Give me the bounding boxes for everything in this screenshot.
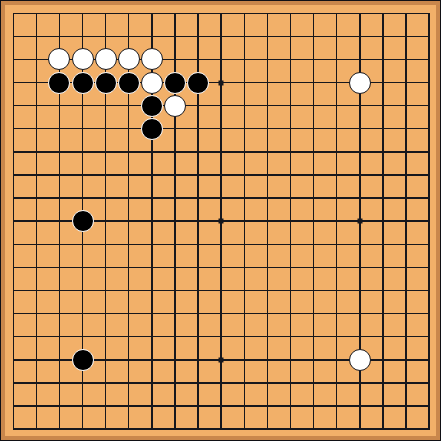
- intersection[interactable]: [256, 418, 279, 441]
- intersection[interactable]: [2, 94, 25, 117]
- intersection[interactable]: [418, 325, 441, 348]
- intersection[interactable]: ○: [140, 48, 163, 71]
- intersection[interactable]: [325, 140, 348, 163]
- intersection[interactable]: [71, 2, 94, 25]
- intersection[interactable]: [371, 94, 394, 117]
- intersection[interactable]: [371, 140, 394, 163]
- intersection[interactable]: [279, 348, 302, 371]
- intersection[interactable]: [256, 256, 279, 279]
- intersection[interactable]: [48, 140, 71, 163]
- intersection[interactable]: [25, 348, 48, 371]
- intersection[interactable]: [140, 302, 163, 325]
- intersection[interactable]: [210, 325, 233, 348]
- intersection[interactable]: [140, 2, 163, 25]
- intersection[interactable]: [325, 25, 348, 48]
- intersection[interactable]: [418, 256, 441, 279]
- intersection[interactable]: [418, 48, 441, 71]
- intersection[interactable]: [94, 279, 117, 302]
- intersection[interactable]: [71, 94, 94, 117]
- intersection[interactable]: [256, 233, 279, 256]
- intersection[interactable]: [48, 348, 71, 371]
- intersection[interactable]: [256, 187, 279, 210]
- intersection[interactable]: [25, 187, 48, 210]
- intersection[interactable]: [395, 163, 418, 186]
- intersection[interactable]: [233, 163, 256, 186]
- intersection[interactable]: [117, 94, 140, 117]
- intersection[interactable]: [233, 395, 256, 418]
- intersection[interactable]: [25, 256, 48, 279]
- intersection[interactable]: [371, 71, 394, 94]
- intersection[interactable]: [256, 395, 279, 418]
- intersection[interactable]: [163, 348, 186, 371]
- intersection[interactable]: [187, 279, 210, 302]
- intersection[interactable]: [348, 279, 371, 302]
- intersection[interactable]: [94, 163, 117, 186]
- intersection[interactable]: [71, 302, 94, 325]
- intersection[interactable]: ○: [348, 348, 371, 371]
- intersection[interactable]: [395, 395, 418, 418]
- intersection[interactable]: [395, 302, 418, 325]
- intersection[interactable]: [71, 418, 94, 441]
- intersection[interactable]: [187, 233, 210, 256]
- intersection[interactable]: [256, 94, 279, 117]
- intersection[interactable]: [25, 325, 48, 348]
- intersection[interactable]: [233, 48, 256, 71]
- intersection[interactable]: [348, 233, 371, 256]
- intersection[interactable]: [25, 233, 48, 256]
- intersection[interactable]: [256, 2, 279, 25]
- intersection[interactable]: [279, 279, 302, 302]
- intersection[interactable]: [418, 348, 441, 371]
- intersection[interactable]: [371, 395, 394, 418]
- intersection[interactable]: [187, 325, 210, 348]
- intersection[interactable]: [256, 48, 279, 71]
- intersection[interactable]: [348, 2, 371, 25]
- intersection[interactable]: [210, 140, 233, 163]
- intersection[interactable]: [325, 48, 348, 71]
- intersection[interactable]: [48, 2, 71, 25]
- intersection[interactable]: [2, 2, 25, 25]
- intersection[interactable]: [25, 117, 48, 140]
- intersection[interactable]: [117, 210, 140, 233]
- intersection[interactable]: [279, 25, 302, 48]
- intersection[interactable]: [163, 279, 186, 302]
- intersection[interactable]: [233, 279, 256, 302]
- intersection[interactable]: [210, 279, 233, 302]
- intersection[interactable]: [279, 187, 302, 210]
- intersection[interactable]: [210, 25, 233, 48]
- intersection[interactable]: [71, 256, 94, 279]
- intersection[interactable]: [302, 395, 325, 418]
- intersection[interactable]: [140, 348, 163, 371]
- intersection[interactable]: [279, 94, 302, 117]
- intersection[interactable]: [395, 210, 418, 233]
- intersection[interactable]: [233, 371, 256, 394]
- intersection[interactable]: [233, 348, 256, 371]
- white-stone[interactable]: ○: [95, 48, 117, 70]
- intersection[interactable]: [71, 233, 94, 256]
- intersection[interactable]: [302, 371, 325, 394]
- intersection[interactable]: [210, 117, 233, 140]
- intersection[interactable]: [25, 418, 48, 441]
- intersection[interactable]: [94, 233, 117, 256]
- intersection[interactable]: [94, 348, 117, 371]
- intersection[interactable]: [325, 302, 348, 325]
- intersection[interactable]: [371, 210, 394, 233]
- intersection[interactable]: [233, 325, 256, 348]
- intersection[interactable]: [418, 371, 441, 394]
- intersection[interactable]: [325, 418, 348, 441]
- intersection[interactable]: ●: [163, 71, 186, 94]
- intersection[interactable]: [210, 48, 233, 71]
- intersection[interactable]: [187, 187, 210, 210]
- intersection[interactable]: [210, 2, 233, 25]
- intersection[interactable]: [163, 210, 186, 233]
- intersection[interactable]: [348, 210, 371, 233]
- black-stone[interactable]: ●: [164, 72, 186, 94]
- intersection[interactable]: [187, 210, 210, 233]
- black-stone[interactable]: ●: [72, 349, 94, 371]
- intersection[interactable]: [371, 233, 394, 256]
- intersection[interactable]: [279, 48, 302, 71]
- intersection[interactable]: [418, 395, 441, 418]
- intersection[interactable]: [2, 348, 25, 371]
- intersection[interactable]: [325, 256, 348, 279]
- intersection[interactable]: [48, 117, 71, 140]
- intersection[interactable]: [233, 140, 256, 163]
- intersection[interactable]: [233, 117, 256, 140]
- intersection[interactable]: [371, 187, 394, 210]
- intersection[interactable]: [71, 163, 94, 186]
- black-stone[interactable]: ●: [118, 72, 140, 94]
- intersection[interactable]: [371, 25, 394, 48]
- intersection[interactable]: [25, 279, 48, 302]
- intersection[interactable]: [279, 2, 302, 25]
- intersection[interactable]: [210, 395, 233, 418]
- intersection[interactable]: ●: [71, 71, 94, 94]
- intersection[interactable]: [279, 371, 302, 394]
- intersection[interactable]: [140, 418, 163, 441]
- intersection[interactable]: [94, 395, 117, 418]
- intersection[interactable]: [418, 418, 441, 441]
- intersection[interactable]: [418, 25, 441, 48]
- intersection[interactable]: [140, 325, 163, 348]
- intersection[interactable]: [256, 210, 279, 233]
- intersection[interactable]: [94, 187, 117, 210]
- intersection[interactable]: [348, 117, 371, 140]
- intersection[interactable]: [371, 117, 394, 140]
- intersection[interactable]: [256, 371, 279, 394]
- intersection[interactable]: [418, 94, 441, 117]
- intersection[interactable]: [48, 418, 71, 441]
- intersection[interactable]: [94, 25, 117, 48]
- black-stone[interactable]: ●: [141, 95, 163, 117]
- intersection[interactable]: [25, 71, 48, 94]
- intersection[interactable]: [25, 25, 48, 48]
- intersection[interactable]: [348, 94, 371, 117]
- intersection[interactable]: [48, 163, 71, 186]
- intersection[interactable]: [233, 94, 256, 117]
- intersection[interactable]: [2, 187, 25, 210]
- intersection[interactable]: [279, 418, 302, 441]
- intersection[interactable]: [117, 256, 140, 279]
- intersection[interactable]: [2, 325, 25, 348]
- intersection[interactable]: [302, 187, 325, 210]
- intersection[interactable]: [418, 2, 441, 25]
- intersection[interactable]: [94, 325, 117, 348]
- intersection[interactable]: [302, 2, 325, 25]
- white-stone[interactable]: ○: [349, 72, 371, 94]
- intersection[interactable]: [302, 210, 325, 233]
- intersection[interactable]: [418, 71, 441, 94]
- intersection[interactable]: ○: [94, 48, 117, 71]
- intersection[interactable]: [302, 348, 325, 371]
- intersection[interactable]: [371, 2, 394, 25]
- intersection[interactable]: [348, 371, 371, 394]
- intersection[interactable]: [25, 163, 48, 186]
- intersection[interactable]: [140, 25, 163, 48]
- intersection[interactable]: [233, 25, 256, 48]
- intersection[interactable]: [140, 279, 163, 302]
- intersection[interactable]: [418, 279, 441, 302]
- intersection[interactable]: [325, 233, 348, 256]
- intersection[interactable]: [163, 302, 186, 325]
- white-stone[interactable]: ○: [118, 48, 140, 70]
- intersection[interactable]: [395, 348, 418, 371]
- intersection[interactable]: [302, 325, 325, 348]
- intersection[interactable]: [371, 48, 394, 71]
- intersection[interactable]: [187, 256, 210, 279]
- intersection[interactable]: [279, 256, 302, 279]
- intersection[interactable]: [395, 25, 418, 48]
- intersection[interactable]: [395, 325, 418, 348]
- intersection[interactable]: [117, 187, 140, 210]
- intersection[interactable]: [187, 140, 210, 163]
- intersection[interactable]: [117, 371, 140, 394]
- intersection[interactable]: [117, 233, 140, 256]
- intersection[interactable]: [187, 418, 210, 441]
- intersection[interactable]: [94, 210, 117, 233]
- white-stone[interactable]: ○: [48, 48, 70, 70]
- intersection[interactable]: [348, 48, 371, 71]
- intersection[interactable]: [325, 187, 348, 210]
- intersection[interactable]: [418, 187, 441, 210]
- intersection[interactable]: ●: [140, 117, 163, 140]
- intersection[interactable]: [279, 233, 302, 256]
- intersection[interactable]: [187, 348, 210, 371]
- intersection[interactable]: [302, 418, 325, 441]
- intersection[interactable]: [210, 71, 233, 94]
- intersection[interactable]: [210, 302, 233, 325]
- intersection[interactable]: [163, 140, 186, 163]
- intersection[interactable]: [256, 117, 279, 140]
- intersection[interactable]: [94, 302, 117, 325]
- intersection[interactable]: [395, 94, 418, 117]
- black-stone[interactable]: ●: [72, 210, 94, 232]
- intersection[interactable]: ●: [94, 71, 117, 94]
- intersection[interactable]: [302, 94, 325, 117]
- intersection[interactable]: [256, 279, 279, 302]
- intersection[interactable]: [348, 418, 371, 441]
- intersection[interactable]: [2, 48, 25, 71]
- intersection[interactable]: [187, 117, 210, 140]
- intersection[interactable]: [187, 25, 210, 48]
- intersection[interactable]: [140, 210, 163, 233]
- intersection[interactable]: [302, 302, 325, 325]
- intersection[interactable]: [140, 163, 163, 186]
- intersection[interactable]: [187, 2, 210, 25]
- intersection[interactable]: [187, 395, 210, 418]
- intersection[interactable]: [48, 371, 71, 394]
- intersection[interactable]: [187, 94, 210, 117]
- intersection[interactable]: [2, 256, 25, 279]
- intersection[interactable]: [233, 256, 256, 279]
- black-stone[interactable]: ●: [48, 72, 70, 94]
- intersection[interactable]: [48, 279, 71, 302]
- intersection[interactable]: [2, 371, 25, 394]
- intersection[interactable]: [256, 71, 279, 94]
- intersection[interactable]: [418, 140, 441, 163]
- intersection[interactable]: ○: [348, 71, 371, 94]
- black-stone[interactable]: ●: [95, 72, 117, 94]
- intersection[interactable]: [371, 418, 394, 441]
- intersection[interactable]: [233, 2, 256, 25]
- intersection[interactable]: [210, 210, 233, 233]
- intersection[interactable]: [94, 371, 117, 394]
- intersection[interactable]: [348, 163, 371, 186]
- intersection[interactable]: [371, 256, 394, 279]
- intersection[interactable]: [25, 94, 48, 117]
- intersection[interactable]: [117, 163, 140, 186]
- intersection[interactable]: [371, 279, 394, 302]
- intersection[interactable]: [71, 140, 94, 163]
- intersection[interactable]: [71, 371, 94, 394]
- intersection[interactable]: [163, 325, 186, 348]
- intersection[interactable]: [94, 94, 117, 117]
- intersection[interactable]: [325, 395, 348, 418]
- intersection[interactable]: ○: [163, 94, 186, 117]
- intersection[interactable]: [25, 371, 48, 394]
- black-stone[interactable]: ●: [187, 72, 209, 94]
- intersection[interactable]: [371, 348, 394, 371]
- intersection[interactable]: [25, 2, 48, 25]
- intersection[interactable]: [348, 187, 371, 210]
- intersection[interactable]: [210, 371, 233, 394]
- intersection[interactable]: [325, 325, 348, 348]
- intersection[interactable]: [233, 210, 256, 233]
- intersection[interactable]: [395, 279, 418, 302]
- intersection[interactable]: [395, 371, 418, 394]
- intersection[interactable]: [210, 418, 233, 441]
- intersection[interactable]: [371, 163, 394, 186]
- intersection[interactable]: [117, 395, 140, 418]
- intersection[interactable]: [233, 187, 256, 210]
- intersection[interactable]: [279, 302, 302, 325]
- black-stone[interactable]: ●: [72, 72, 94, 94]
- intersection[interactable]: [325, 71, 348, 94]
- intersection[interactable]: [418, 302, 441, 325]
- intersection[interactable]: [395, 117, 418, 140]
- intersection[interactable]: [48, 187, 71, 210]
- intersection[interactable]: [233, 71, 256, 94]
- intersection[interactable]: [302, 279, 325, 302]
- intersection[interactable]: [187, 48, 210, 71]
- intersection[interactable]: [94, 140, 117, 163]
- intersection[interactable]: [140, 233, 163, 256]
- intersection[interactable]: [2, 395, 25, 418]
- intersection[interactable]: [348, 302, 371, 325]
- intersection[interactable]: [117, 302, 140, 325]
- intersection[interactable]: [163, 371, 186, 394]
- intersection[interactable]: ○: [140, 71, 163, 94]
- intersection[interactable]: [371, 325, 394, 348]
- intersection[interactable]: [140, 187, 163, 210]
- white-stone[interactable]: ○: [141, 72, 163, 94]
- white-stone[interactable]: ○: [141, 48, 163, 70]
- intersection[interactable]: [371, 371, 394, 394]
- intersection[interactable]: [187, 371, 210, 394]
- intersection[interactable]: [256, 163, 279, 186]
- intersection[interactable]: ○: [71, 48, 94, 71]
- intersection[interactable]: [163, 25, 186, 48]
- intersection[interactable]: [395, 140, 418, 163]
- intersection[interactable]: [2, 302, 25, 325]
- intersection[interactable]: ●: [140, 94, 163, 117]
- intersection[interactable]: [395, 256, 418, 279]
- intersection[interactable]: [371, 302, 394, 325]
- intersection[interactable]: [71, 325, 94, 348]
- intersection[interactable]: ○: [117, 48, 140, 71]
- intersection[interactable]: [48, 256, 71, 279]
- intersection[interactable]: [140, 395, 163, 418]
- intersection[interactable]: [302, 233, 325, 256]
- intersection[interactable]: [210, 94, 233, 117]
- intersection[interactable]: [256, 25, 279, 48]
- intersection[interactable]: [48, 302, 71, 325]
- intersection[interactable]: [233, 418, 256, 441]
- intersection[interactable]: [48, 395, 71, 418]
- intersection[interactable]: [256, 302, 279, 325]
- intersection[interactable]: [395, 418, 418, 441]
- intersection[interactable]: [2, 279, 25, 302]
- intersection[interactable]: [48, 210, 71, 233]
- intersection[interactable]: [279, 140, 302, 163]
- intersection[interactable]: [395, 48, 418, 71]
- intersection[interactable]: [187, 302, 210, 325]
- intersection[interactable]: [418, 210, 441, 233]
- intersection[interactable]: [94, 256, 117, 279]
- intersection[interactable]: [325, 348, 348, 371]
- intersection[interactable]: [325, 117, 348, 140]
- black-stone[interactable]: ●: [141, 118, 163, 140]
- intersection[interactable]: [418, 233, 441, 256]
- intersection[interactable]: [2, 117, 25, 140]
- intersection[interactable]: [418, 117, 441, 140]
- intersection[interactable]: [325, 163, 348, 186]
- intersection[interactable]: [163, 256, 186, 279]
- intersection[interactable]: [302, 117, 325, 140]
- intersection[interactable]: [2, 71, 25, 94]
- intersection[interactable]: [279, 163, 302, 186]
- intersection[interactable]: [2, 163, 25, 186]
- intersection[interactable]: [140, 371, 163, 394]
- intersection[interactable]: [325, 279, 348, 302]
- intersection[interactable]: [348, 140, 371, 163]
- intersection[interactable]: [117, 25, 140, 48]
- intersection[interactable]: [163, 48, 186, 71]
- intersection[interactable]: [71, 117, 94, 140]
- intersection[interactable]: [325, 371, 348, 394]
